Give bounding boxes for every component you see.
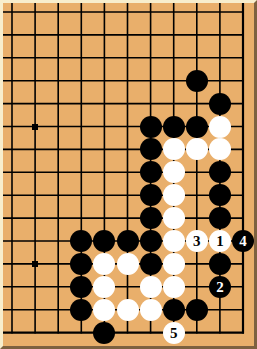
black-stone — [163, 116, 185, 138]
black-stone — [140, 138, 162, 160]
go-diagram: 31425 — [0, 0, 257, 349]
move-number: 2 — [216, 276, 224, 298]
black-stone — [209, 253, 231, 275]
black-stone — [93, 322, 115, 344]
white-stone — [117, 253, 139, 275]
white-stone — [163, 161, 185, 183]
black-stone — [186, 116, 208, 138]
white-stone-move-1: 1 — [209, 230, 231, 252]
black-stone-move-2: 2 — [209, 276, 231, 298]
black-stone — [186, 299, 208, 321]
move-number: 1 — [216, 230, 224, 252]
white-stone-move-5: 5 — [163, 322, 185, 344]
move-number: 5 — [170, 322, 178, 344]
black-stone — [70, 299, 92, 321]
white-stone — [209, 116, 231, 138]
black-stone — [140, 207, 162, 229]
black-stone — [140, 116, 162, 138]
black-stone — [140, 253, 162, 275]
black-stone-move-4: 4 — [232, 230, 254, 252]
white-stone — [140, 299, 162, 321]
black-stone — [209, 93, 231, 115]
move-number: 4 — [239, 230, 247, 252]
black-stone — [209, 207, 231, 229]
black-stone — [140, 184, 162, 206]
white-stone — [163, 207, 185, 229]
white-stone — [163, 230, 185, 252]
black-stone — [140, 230, 162, 252]
white-stone — [163, 138, 185, 160]
white-stone — [117, 299, 139, 321]
white-stone — [163, 253, 185, 275]
star-point — [32, 261, 38, 267]
black-stone — [163, 299, 185, 321]
white-stone — [163, 184, 185, 206]
black-stone — [209, 184, 231, 206]
black-stone — [70, 276, 92, 298]
black-stone — [186, 70, 208, 92]
white-stone — [93, 299, 115, 321]
move-number: 3 — [193, 230, 201, 252]
black-stone — [140, 161, 162, 183]
star-point — [32, 124, 38, 130]
go-board: 31425 — [3, 3, 254, 346]
white-stone-move-3: 3 — [186, 230, 208, 252]
white-stone — [140, 276, 162, 298]
white-stone — [163, 276, 185, 298]
black-stone — [117, 230, 139, 252]
